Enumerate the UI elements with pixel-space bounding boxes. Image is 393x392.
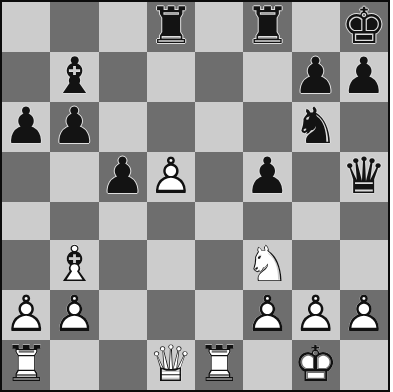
black-rook[interactable]: ♜ <box>245 1 290 51</box>
square-e3[interactable] <box>195 240 243 290</box>
square-d1[interactable]: ♛ <box>147 340 195 390</box>
square-g6[interactable]: ♞ <box>292 102 340 152</box>
square-h4[interactable] <box>340 202 388 240</box>
square-a2[interactable]: ♟ <box>2 290 50 340</box>
square-b8[interactable] <box>50 2 98 52</box>
black-knight[interactable]: ♞ <box>293 101 338 151</box>
square-b1[interactable] <box>50 340 98 390</box>
chess-board: ♜♜♚♝♟♟♟♟♞♟♟♟♛♝♞♟♟♟♟♟♜♛♜♚ <box>0 0 390 392</box>
black-queen[interactable]: ♛ <box>341 151 386 201</box>
square-b2[interactable]: ♟ <box>50 290 98 340</box>
square-a1[interactable]: ♜ <box>2 340 50 390</box>
square-h2[interactable]: ♟ <box>340 290 388 340</box>
square-e4[interactable] <box>195 202 243 240</box>
board-grid: ♜♜♚♝♟♟♟♟♞♟♟♟♛♝♞♟♟♟♟♟♜♛♜♚ <box>2 2 388 390</box>
square-g3[interactable] <box>292 240 340 290</box>
black-pawn[interactable]: ♟ <box>293 51 338 101</box>
square-e7[interactable] <box>195 52 243 102</box>
black-pawn[interactable]: ♟ <box>341 51 386 101</box>
square-f1[interactable] <box>243 340 291 390</box>
square-b6[interactable]: ♟ <box>50 102 98 152</box>
square-h7[interactable]: ♟ <box>340 52 388 102</box>
white-queen[interactable]: ♛ <box>148 339 193 389</box>
white-rook[interactable]: ♜ <box>4 339 49 389</box>
square-h6[interactable] <box>340 102 388 152</box>
square-f2[interactable]: ♟ <box>243 290 291 340</box>
square-d2[interactable] <box>147 290 195 340</box>
square-b5[interactable] <box>50 152 98 202</box>
black-rook[interactable]: ♜ <box>148 1 193 51</box>
square-d7[interactable] <box>147 52 195 102</box>
square-a6[interactable]: ♟ <box>2 102 50 152</box>
square-c8[interactable] <box>99 2 147 52</box>
white-pawn[interactable]: ♟ <box>4 289 49 339</box>
square-e8[interactable] <box>195 2 243 52</box>
square-d3[interactable] <box>147 240 195 290</box>
square-g2[interactable]: ♟ <box>292 290 340 340</box>
white-pawn[interactable]: ♟ <box>245 289 290 339</box>
square-g7[interactable]: ♟ <box>292 52 340 102</box>
square-h8[interactable]: ♚ <box>340 2 388 52</box>
square-h5[interactable]: ♛ <box>340 152 388 202</box>
square-e2[interactable] <box>195 290 243 340</box>
square-g5[interactable] <box>292 152 340 202</box>
black-pawn[interactable]: ♟ <box>52 101 97 151</box>
square-f7[interactable] <box>243 52 291 102</box>
square-c4[interactable] <box>99 202 147 240</box>
white-king[interactable]: ♚ <box>293 339 338 389</box>
square-c1[interactable] <box>99 340 147 390</box>
square-f6[interactable] <box>243 102 291 152</box>
square-e5[interactable] <box>195 152 243 202</box>
square-g1[interactable]: ♚ <box>292 340 340 390</box>
square-c6[interactable] <box>99 102 147 152</box>
square-d4[interactable] <box>147 202 195 240</box>
square-a7[interactable] <box>2 52 50 102</box>
square-h1[interactable] <box>340 340 388 390</box>
square-h3[interactable] <box>340 240 388 290</box>
black-pawn[interactable]: ♟ <box>100 151 145 201</box>
square-a3[interactable] <box>2 240 50 290</box>
square-b3[interactable]: ♝ <box>50 240 98 290</box>
white-rook[interactable]: ♜ <box>197 339 242 389</box>
square-f8[interactable]: ♜ <box>243 2 291 52</box>
square-f3[interactable]: ♞ <box>243 240 291 290</box>
white-pawn[interactable]: ♟ <box>148 151 193 201</box>
white-bishop[interactable]: ♝ <box>52 239 97 289</box>
white-pawn[interactable]: ♟ <box>52 289 97 339</box>
square-c7[interactable] <box>99 52 147 102</box>
black-king[interactable]: ♚ <box>341 1 386 51</box>
square-c2[interactable] <box>99 290 147 340</box>
square-e6[interactable] <box>195 102 243 152</box>
white-pawn[interactable]: ♟ <box>293 289 338 339</box>
white-pawn[interactable]: ♟ <box>341 289 386 339</box>
square-a5[interactable] <box>2 152 50 202</box>
square-d5[interactable]: ♟ <box>147 152 195 202</box>
square-b7[interactable]: ♝ <box>50 52 98 102</box>
square-e1[interactable]: ♜ <box>195 340 243 390</box>
square-a4[interactable] <box>2 202 50 240</box>
square-a8[interactable] <box>2 2 50 52</box>
square-g8[interactable] <box>292 2 340 52</box>
black-bishop[interactable]: ♝ <box>52 51 97 101</box>
black-pawn[interactable]: ♟ <box>245 151 290 201</box>
white-knight[interactable]: ♞ <box>245 239 290 289</box>
square-g4[interactable] <box>292 202 340 240</box>
square-d8[interactable]: ♜ <box>147 2 195 52</box>
square-d6[interactable] <box>147 102 195 152</box>
square-c5[interactable]: ♟ <box>99 152 147 202</box>
square-c3[interactable] <box>99 240 147 290</box>
black-pawn[interactable]: ♟ <box>4 101 49 151</box>
square-f5[interactable]: ♟ <box>243 152 291 202</box>
